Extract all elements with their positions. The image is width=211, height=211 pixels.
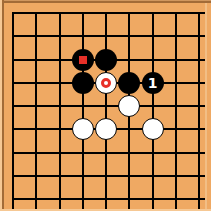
white-stone [118,95,140,117]
black-stone [118,72,140,94]
white-stone [95,118,117,140]
stone-grid: 1 [1,1,210,210]
red-square-mark-icon [79,56,87,64]
red-circle-mark-icon [101,78,111,88]
go-board-diagram: 1 [0,0,211,211]
white-stone-circle-marked [95,72,117,94]
black-stone-square-marked [72,49,94,71]
black-stone [72,72,94,94]
black-stone-move-1: 1 [142,72,164,94]
black-stone [95,49,117,71]
white-stone [142,118,164,140]
white-stone [72,118,94,140]
